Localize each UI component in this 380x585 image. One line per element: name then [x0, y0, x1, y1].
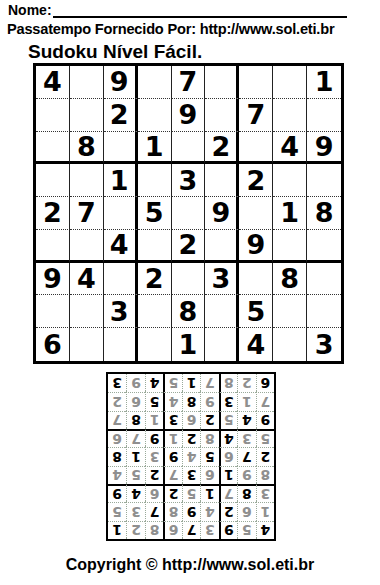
solution-cell-r1c2: 5	[237, 521, 255, 539]
solution-cell-r7c5: 6	[182, 411, 200, 429]
puzzle-cell-r9c8[interactable]	[273, 328, 307, 361]
puzzle-cell-r1c6[interactable]	[205, 66, 239, 99]
puzzle-cell-r9c5[interactable]: 1	[172, 328, 206, 361]
solution-cell-r6c2: 3	[237, 429, 255, 447]
solution-cell-r9c6: 5	[163, 374, 181, 392]
solution-cell-r1c4: 3	[200, 521, 218, 539]
puzzle-cell-r9c4[interactable]	[138, 328, 172, 361]
puzzle-cell-r5c2[interactable]: 7	[70, 197, 104, 230]
solution-cell-r2c5: 9	[182, 502, 200, 520]
puzzle-cell-r6c2[interactable]	[70, 230, 104, 263]
provider-line: Passatempo Fornecido Por: http://www.sol…	[7, 21, 334, 37]
puzzle-cell-r1c9[interactable]: 1	[307, 66, 341, 99]
solution-cell-r7c8: 8	[126, 411, 144, 429]
puzzle-cell-r2c2[interactable]	[70, 99, 104, 132]
puzzle-cell-r5c1[interactable]: 2	[36, 197, 70, 230]
puzzle-cell-r8c6[interactable]	[205, 295, 239, 328]
puzzle-cell-r7c3[interactable]	[104, 263, 138, 296]
solution-cell-r3c6: 2	[163, 484, 181, 502]
solution-cell-r1c6: 6	[163, 521, 181, 539]
name-row: Nome:	[8, 2, 347, 18]
puzzle-cell-r6c9[interactable]	[307, 230, 341, 263]
solution-cell-r9c4: 7	[200, 374, 218, 392]
solution-cell-r3c1: 3	[256, 484, 274, 502]
puzzle-cell-r7c6[interactable]: 3	[205, 263, 239, 296]
solution-cell-r8c8: 6	[126, 392, 144, 410]
solution-cell-r5c5: 4	[182, 447, 200, 465]
puzzle-cell-r7c8[interactable]: 8	[273, 263, 307, 296]
puzzle-cell-r4c3[interactable]: 1	[104, 164, 138, 197]
puzzle-cell-r2c4[interactable]	[138, 99, 172, 132]
solution-cell-r4c5: 3	[182, 466, 200, 484]
puzzle-cell-r3c6[interactable]: 2	[205, 132, 239, 165]
solution-cell-r3c2: 8	[237, 484, 255, 502]
puzzle-cell-r4c6[interactable]	[205, 164, 239, 197]
solution-cell-r7c1: 9	[256, 411, 274, 429]
solution-cell-r2c8: 3	[126, 502, 144, 520]
solution-cell-r8c1: 7	[256, 392, 274, 410]
puzzle-cell-r6c3[interactable]: 4	[104, 230, 138, 263]
puzzle-cell-r8c1[interactable]	[36, 295, 70, 328]
puzzle-cell-r6c7[interactable]: 9	[239, 230, 273, 263]
solution-cell-r6c4: 8	[200, 429, 218, 447]
puzzle-cell-r1c3[interactable]: 9	[104, 66, 138, 99]
puzzle-cell-r8c7[interactable]: 5	[239, 295, 273, 328]
puzzle-cell-r2c9[interactable]	[307, 99, 341, 132]
solution-cell-r3c7: 6	[145, 484, 163, 502]
puzzle-cell-r2c8[interactable]	[273, 99, 307, 132]
sudoku-worksheet-page: Nome: Passatempo Fornecido Por: http://w…	[0, 0, 380, 585]
solution-cell-r2c6: 8	[163, 502, 181, 520]
solution-cell-r4c4: 6	[200, 466, 218, 484]
puzzle-cell-r1c7[interactable]	[239, 66, 273, 99]
puzzle-cell-r4c1[interactable]	[36, 164, 70, 197]
puzzle-cell-r6c5[interactable]: 2	[172, 230, 206, 263]
solution-cell-r6c1: 5	[256, 429, 274, 447]
puzzle-cell-r7c5[interactable]	[172, 263, 206, 296]
puzzle-cell-r4c4[interactable]	[138, 164, 172, 197]
puzzle-cell-r4c9[interactable]	[307, 164, 341, 197]
puzzle-cell-r3c5[interactable]	[172, 132, 206, 165]
puzzle-cell-r7c9[interactable]	[307, 263, 341, 296]
puzzle-cell-r7c7[interactable]	[239, 263, 273, 296]
puzzle-cell-r8c3[interactable]: 3	[104, 295, 138, 328]
solution-cell-r4c3: 1	[219, 466, 237, 484]
puzzle-cell-r3c4[interactable]: 1	[138, 132, 172, 165]
solution-cell-r3c5: 5	[182, 484, 200, 502]
solution-cell-r8c7: 5	[145, 392, 163, 410]
puzzle-cell-r3c9[interactable]: 9	[307, 132, 341, 165]
solution-cell-r4c2: 9	[237, 466, 255, 484]
solution-cell-r8c6: 4	[163, 392, 181, 410]
solution-cell-r7c7: 1	[145, 411, 163, 429]
name-fill-line	[53, 2, 347, 18]
solution-cell-r4c8: 5	[126, 466, 144, 484]
solution-cell-r1c3: 9	[219, 521, 237, 539]
solution-cell-r8c9: 2	[108, 392, 126, 410]
solution-cell-r1c5: 7	[182, 521, 200, 539]
solution-cell-r8c3: 3	[219, 392, 237, 410]
puzzle-cell-r5c6[interactable]: 9	[205, 197, 239, 230]
solution-cell-r8c4: 9	[200, 392, 218, 410]
puzzle-cell-r6c8[interactable]	[273, 230, 307, 263]
puzzle-cell-r6c4[interactable]	[138, 230, 172, 263]
solution-cell-r5c3: 6	[219, 447, 237, 465]
puzzle-cell-r4c7[interactable]: 2	[239, 164, 273, 197]
puzzle-cell-r3c7[interactable]	[239, 132, 273, 165]
solution-cell-r1c8: 2	[126, 521, 144, 539]
solution-cell-r7c9: 7	[108, 411, 126, 429]
solution-cell-r9c9: 3	[108, 374, 126, 392]
page-title: Sudoku Nível Fácil.	[28, 41, 202, 63]
puzzle-cell-r8c9[interactable]	[307, 295, 341, 328]
solution-cell-r2c2: 6	[237, 502, 255, 520]
puzzle-cell-r4c2[interactable]	[70, 164, 104, 197]
puzzle-cell-r9c9[interactable]: 3	[307, 328, 341, 361]
puzzle-cell-r1c2[interactable]	[70, 66, 104, 99]
puzzle-cell-r9c7[interactable]: 4	[239, 328, 273, 361]
solution-cell-r8c2: 1	[237, 392, 255, 410]
solution-cell-r9c7: 4	[145, 374, 163, 392]
solution-cell-r3c8: 4	[126, 484, 144, 502]
solution-cell-r1c1: 4	[256, 521, 274, 539]
solution-cell-r2c1: 1	[256, 502, 274, 520]
solution-cell-r8c5: 8	[182, 392, 200, 410]
solution-cell-r2c9: 5	[108, 502, 126, 520]
puzzle-cell-r4c8[interactable]	[273, 164, 307, 197]
solution-cell-r1c7: 8	[145, 521, 163, 539]
puzzle-cell-r5c5[interactable]	[172, 197, 206, 230]
puzzle-cell-r1c8[interactable]	[273, 66, 307, 99]
copyright-text: Copyright © http://www.sol.eti.br	[0, 556, 380, 574]
puzzle-cell-r3c8[interactable]: 4	[273, 132, 307, 165]
puzzle-cell-r6c6[interactable]	[205, 230, 239, 263]
solution-cell-r6c7: 9	[145, 429, 163, 447]
solution-cell-r7c3: 5	[219, 411, 237, 429]
solution-cell-r6c3: 4	[219, 429, 237, 447]
solution-cell-r3c9: 9	[108, 484, 126, 502]
solution-cell-r9c3: 8	[219, 374, 237, 392]
solution-cell-r2c3: 2	[219, 502, 237, 520]
puzzle-cell-r3c3[interactable]	[104, 132, 138, 165]
puzzle-cell-r7c4[interactable]: 2	[138, 263, 172, 296]
solution-cell-r5c9: 8	[108, 447, 126, 465]
solution-cell-r5c7: 3	[145, 447, 163, 465]
solution-cell-r6c9: 6	[108, 429, 126, 447]
solution-cell-r7c4: 2	[200, 411, 218, 429]
puzzle-cell-r5c7[interactable]	[239, 197, 273, 230]
solution-cell-r3c3: 7	[219, 484, 237, 502]
puzzle-cell-r2c1[interactable]	[36, 99, 70, 132]
puzzle-cell-r2c7[interactable]: 7	[239, 99, 273, 132]
puzzle-cell-r9c3[interactable]	[104, 328, 138, 361]
solution-cell-r6c5: 2	[182, 429, 200, 447]
solution-cell-r9c5: 1	[182, 374, 200, 392]
solution-cell-r5c8: 1	[126, 447, 144, 465]
sudoku-solution-grid-rotated: 4593768211624987353871526498916372542765…	[106, 372, 276, 541]
solution-cell-r9c1: 6	[256, 374, 274, 392]
solution-cell-r2c4: 4	[200, 502, 218, 520]
puzzle-cell-r2c6[interactable]	[205, 99, 239, 132]
solution-cell-r1c9: 1	[108, 521, 126, 539]
name-label: Nome:	[8, 2, 52, 18]
puzzle-cell-r9c1[interactable]: 6	[36, 328, 70, 361]
puzzle-cell-r1c4[interactable]	[138, 66, 172, 99]
puzzle-cell-r3c2[interactable]: 8	[70, 132, 104, 165]
solution-cell-r5c4: 5	[200, 447, 218, 465]
solution-cell-r5c1: 2	[256, 447, 274, 465]
puzzle-cell-r4c5[interactable]: 3	[172, 164, 206, 197]
solution-cell-r7c6: 3	[163, 411, 181, 429]
solution-cell-r6c6: 1	[163, 429, 181, 447]
puzzle-cell-r1c5[interactable]: 7	[172, 66, 206, 99]
puzzle-cell-r8c2[interactable]	[70, 295, 104, 328]
puzzle-cell-r8c4[interactable]	[138, 295, 172, 328]
puzzle-cell-r7c2[interactable]: 4	[70, 263, 104, 296]
puzzle-cell-r6c1[interactable]	[36, 230, 70, 263]
puzzle-cell-r3c1[interactable]	[36, 132, 70, 165]
solution-cell-r2c7: 7	[145, 502, 163, 520]
puzzle-cell-r9c2[interactable]	[70, 328, 104, 361]
puzzle-cell-r5c4[interactable]: 5	[138, 197, 172, 230]
puzzle-cell-r1c1[interactable]: 4	[36, 66, 70, 99]
solution-cell-r3c4: 1	[200, 484, 218, 502]
solution-cell-r4c1: 8	[256, 466, 274, 484]
solution-cell-r4c6: 7	[163, 466, 181, 484]
puzzle-cell-r7c1[interactable]: 9	[36, 263, 70, 296]
solution-cell-r5c2: 7	[237, 447, 255, 465]
solution-cell-r6c8: 7	[126, 429, 144, 447]
solution-cell-r7c2: 4	[237, 411, 255, 429]
puzzle-cell-r2c5[interactable]: 9	[172, 99, 206, 132]
puzzle-cell-r5c9[interactable]: 8	[307, 197, 341, 230]
solution-cell-r9c2: 2	[237, 374, 255, 392]
sudoku-puzzle-grid: 497129781249132275918429942383856143	[33, 63, 344, 364]
puzzle-cell-r5c3[interactable]	[104, 197, 138, 230]
puzzle-cell-r5c8[interactable]: 1	[273, 197, 307, 230]
puzzle-cell-r8c8[interactable]	[273, 295, 307, 328]
solution-cell-r4c9: 4	[108, 466, 126, 484]
puzzle-cell-r2c3[interactable]: 2	[104, 99, 138, 132]
solution-cell-r9c8: 9	[126, 374, 144, 392]
puzzle-cell-r9c6[interactable]	[205, 328, 239, 361]
puzzle-cell-r8c5[interactable]: 8	[172, 295, 206, 328]
solution-cell-r5c6: 9	[163, 447, 181, 465]
solution-cell-r4c7: 2	[145, 466, 163, 484]
